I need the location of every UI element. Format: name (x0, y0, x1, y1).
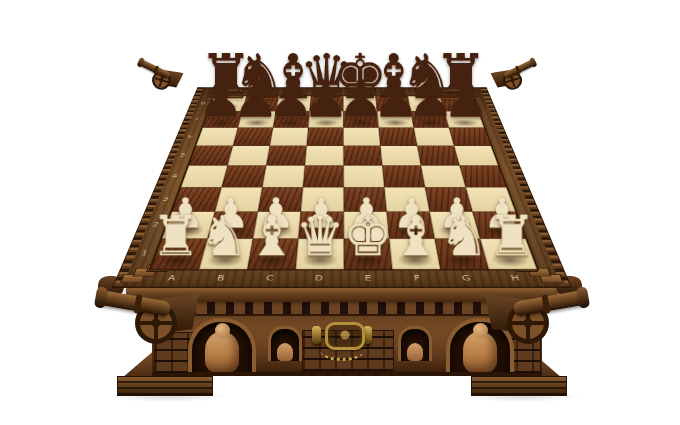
chess-board: ♜♞♝♛♚♝♞♜♟♟♟♟♟♟♟♟♟♟♟♟♟♟♟♟♜♞♝♛♚♝♞♜ 8765432… (112, 87, 572, 288)
square-b1[interactable]: ♞ (199, 239, 253, 269)
square-b6[interactable] (233, 128, 273, 146)
cannon-carving-rear-left (132, 58, 188, 97)
square-g1[interactable]: ♞ (435, 239, 489, 269)
square-a6[interactable] (196, 128, 238, 146)
white-knight[interactable]: ♞ (199, 208, 249, 264)
square-d5[interactable] (305, 146, 344, 166)
square-e5[interactable] (343, 146, 382, 166)
square-b5[interactable] (228, 146, 270, 166)
white-rook[interactable]: ♜ (487, 208, 537, 264)
square-h5[interactable] (454, 146, 498, 166)
square-f5[interactable] (380, 146, 421, 166)
file-label-d: D (294, 271, 344, 286)
black-pawn[interactable]: ♟ (443, 72, 490, 124)
white-knight[interactable]: ♞ (439, 208, 489, 264)
small-niche-left (268, 326, 302, 361)
square-f1[interactable]: ♝ (389, 239, 440, 269)
brass-chain (320, 340, 364, 361)
square-e6[interactable] (343, 128, 380, 146)
file-label-c: C (244, 271, 295, 286)
square-c6[interactable] (270, 128, 308, 146)
file-label-f: F (392, 271, 443, 286)
board-grid: ♜♞♝♛♚♝♞♜♟♟♟♟♟♟♟♟♟♟♟♟♟♟♟♟♜♞♝♛♚♝♞♜ (151, 96, 537, 269)
square-e4[interactable] (344, 165, 385, 187)
cannon-carving-rear-right (486, 58, 542, 97)
square-c1[interactable]: ♝ (247, 239, 298, 269)
square-g5[interactable] (417, 146, 459, 166)
square-d1[interactable]: ♛ (296, 239, 344, 269)
square-g4[interactable] (421, 165, 466, 187)
cannon-barrel (512, 290, 586, 317)
file-label-e: E (344, 271, 394, 286)
square-e1[interactable]: ♚ (344, 239, 392, 269)
square-a5[interactable] (189, 146, 233, 166)
monk-figure-carving-left (205, 332, 239, 372)
foot-slab (117, 376, 213, 396)
file-label-g: G (441, 271, 494, 286)
square-a4[interactable] (181, 165, 228, 187)
cannon-carving-front-right (477, 288, 589, 346)
figure-head-carving (277, 343, 293, 361)
square-d4[interactable] (303, 165, 344, 187)
white-bishop[interactable]: ♝ (247, 208, 297, 264)
square-f6[interactable] (379, 128, 418, 146)
small-niche-right (398, 326, 432, 361)
square-g6[interactable] (414, 128, 454, 146)
file-label-h: H (489, 271, 543, 286)
square-h7[interactable]: ♟ (444, 111, 484, 127)
square-c4[interactable] (262, 165, 305, 187)
brass-drawer-handle (306, 320, 378, 362)
square-h1[interactable]: ♜ (480, 239, 537, 269)
board-frame: ♜♞♝♛♚♝♞♜♟♟♟♟♟♟♟♟♟♟♟♟♟♟♟♟♜♞♝♛♚♝♞♜ 8765432… (112, 87, 572, 288)
white-queen[interactable]: ♛ (295, 208, 345, 264)
square-d6[interactable] (307, 128, 344, 146)
chess-set-photo: ♜♞♝♛♚♝♞♜♟♟♟♟♟♟♟♟♟♟♟♟♟♟♟♟♜♞♝♛♚♝♞♜ 8765432… (0, 0, 680, 425)
file-label-b: B (195, 271, 247, 286)
square-b4[interactable] (222, 165, 267, 187)
square-h4[interactable] (460, 165, 507, 187)
white-king[interactable]: ♚ (343, 208, 393, 264)
file-label-a: A (145, 271, 199, 286)
square-f4[interactable] (382, 165, 425, 187)
foot-slab (471, 376, 567, 396)
square-c5[interactable] (266, 146, 306, 166)
square-h6[interactable] (449, 128, 491, 146)
cannon-carving-front-left (95, 288, 207, 346)
brass-pin-left (312, 326, 321, 344)
figure-head-carving (407, 343, 423, 361)
cannon-barrel (98, 290, 172, 317)
white-bishop[interactable]: ♝ (391, 208, 441, 264)
